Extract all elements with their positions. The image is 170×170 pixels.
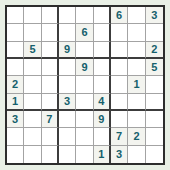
cell-r2c7[interactable]: [111, 24, 128, 41]
given-digit: 3: [12, 114, 18, 125]
cell-r9c7[interactable]: 3: [111, 146, 128, 163]
given-digit: 6: [81, 27, 87, 38]
cell-r3c5[interactable]: [76, 42, 93, 59]
cell-r3c9[interactable]: 2: [146, 42, 163, 59]
given-digit: 6: [116, 10, 122, 21]
sudoku-board: 63659295211343797213: [5, 5, 165, 165]
cell-r1c4[interactable]: [59, 7, 76, 24]
cell-r2c9[interactable]: [146, 24, 163, 41]
given-digit: 2: [133, 131, 139, 142]
cell-r4c3[interactable]: [42, 59, 59, 76]
cell-r3c3[interactable]: [42, 42, 59, 59]
cell-r3c8[interactable]: [128, 42, 145, 59]
cell-r7c8[interactable]: [128, 111, 145, 128]
cell-r7c3[interactable]: 7: [42, 111, 59, 128]
cell-r4c5[interactable]: 9: [76, 59, 93, 76]
cell-r1c5[interactable]: [76, 7, 93, 24]
cell-r4c4[interactable]: [59, 59, 76, 76]
cell-r8c1[interactable]: [7, 128, 24, 145]
given-digit: 5: [29, 44, 35, 55]
cell-r3c7[interactable]: [111, 42, 128, 59]
given-digit: 3: [151, 10, 157, 21]
cell-r1c2[interactable]: [24, 7, 41, 24]
cell-r5c1[interactable]: 2: [7, 76, 24, 93]
cell-r4c1[interactable]: [7, 59, 24, 76]
cell-r8c3[interactable]: [42, 128, 59, 145]
given-digit: 1: [133, 79, 139, 90]
cell-r6c8[interactable]: [128, 94, 145, 111]
cell-r2c2[interactable]: [24, 24, 41, 41]
cell-r6c9[interactable]: [146, 94, 163, 111]
cell-r1c6[interactable]: [94, 7, 111, 24]
cell-r4c9[interactable]: 5: [146, 59, 163, 76]
cell-r4c8[interactable]: [128, 59, 145, 76]
cell-r1c8[interactable]: [128, 7, 145, 24]
cell-r2c4[interactable]: [59, 24, 76, 41]
given-digit: 9: [98, 114, 104, 125]
cell-r8c2[interactable]: [24, 128, 41, 145]
cell-r6c1[interactable]: 1: [7, 94, 24, 111]
given-digit: 3: [64, 96, 70, 107]
cell-r2c8[interactable]: [128, 24, 145, 41]
cell-r9c5[interactable]: [76, 146, 93, 163]
cell-r2c5[interactable]: 6: [76, 24, 93, 41]
given-digit: 9: [64, 44, 70, 55]
cell-r6c3[interactable]: [42, 94, 59, 111]
given-digit: 2: [12, 79, 18, 90]
cell-r9c3[interactable]: [42, 146, 59, 163]
cell-r6c4[interactable]: 3: [59, 94, 76, 111]
cell-r6c2[interactable]: [24, 94, 41, 111]
cell-r5c2[interactable]: [24, 76, 41, 93]
cell-r9c1[interactable]: [7, 146, 24, 163]
cell-r3c2[interactable]: 5: [24, 42, 41, 59]
cell-r5c8[interactable]: 1: [128, 76, 145, 93]
cell-r9c8[interactable]: [128, 146, 145, 163]
given-digit: 4: [98, 96, 104, 107]
cell-r3c4[interactable]: 9: [59, 42, 76, 59]
cell-r2c1[interactable]: [7, 24, 24, 41]
cell-r8c4[interactable]: [59, 128, 76, 145]
cell-r3c1[interactable]: [7, 42, 24, 59]
cell-r8c9[interactable]: [146, 128, 163, 145]
cell-r9c6[interactable]: 1: [94, 146, 111, 163]
cell-r7c2[interactable]: [24, 111, 41, 128]
cell-r7c4[interactable]: [59, 111, 76, 128]
cell-r5c6[interactable]: [94, 76, 111, 93]
cell-r9c4[interactable]: [59, 146, 76, 163]
cell-r7c9[interactable]: [146, 111, 163, 128]
cell-r9c9[interactable]: [146, 146, 163, 163]
cell-r1c1[interactable]: [7, 7, 24, 24]
cell-r7c5[interactable]: [76, 111, 93, 128]
cell-r9c2[interactable]: [24, 146, 41, 163]
given-digit: 2: [151, 44, 157, 55]
cell-r7c7[interactable]: [111, 111, 128, 128]
given-digit: 1: [12, 96, 18, 107]
cell-r5c7[interactable]: [111, 76, 128, 93]
given-digit: 9: [81, 62, 87, 73]
cell-r5c3[interactable]: [42, 76, 59, 93]
cell-r8c8[interactable]: 2: [128, 128, 145, 145]
cell-r5c4[interactable]: [59, 76, 76, 93]
cell-r4c6[interactable]: [94, 59, 111, 76]
cell-r6c6[interactable]: 4: [94, 94, 111, 111]
given-digit: 3: [116, 149, 122, 160]
cell-r6c5[interactable]: [76, 94, 93, 111]
given-digit: 7: [46, 114, 52, 125]
cell-r7c6[interactable]: 9: [94, 111, 111, 128]
cell-r8c7[interactable]: 7: [111, 128, 128, 145]
cell-r7c1[interactable]: 3: [7, 111, 24, 128]
cell-r5c5[interactable]: [76, 76, 93, 93]
cell-r2c3[interactable]: [42, 24, 59, 41]
cell-r4c2[interactable]: [24, 59, 41, 76]
given-digit: 1: [98, 149, 104, 160]
cell-r1c7[interactable]: 6: [111, 7, 128, 24]
cell-r1c9[interactable]: 3: [146, 7, 163, 24]
cell-r6c7[interactable]: [111, 94, 128, 111]
given-digit: 7: [116, 131, 122, 142]
given-digit: 5: [151, 62, 157, 73]
cell-r3c6[interactable]: [94, 42, 111, 59]
cell-r4c7[interactable]: [111, 59, 128, 76]
cell-r8c5[interactable]: [76, 128, 93, 145]
cell-r1c3[interactable]: [42, 7, 59, 24]
cell-r2c6[interactable]: [94, 24, 111, 41]
cell-r8c6[interactable]: [94, 128, 111, 145]
cell-r5c9[interactable]: [146, 76, 163, 93]
